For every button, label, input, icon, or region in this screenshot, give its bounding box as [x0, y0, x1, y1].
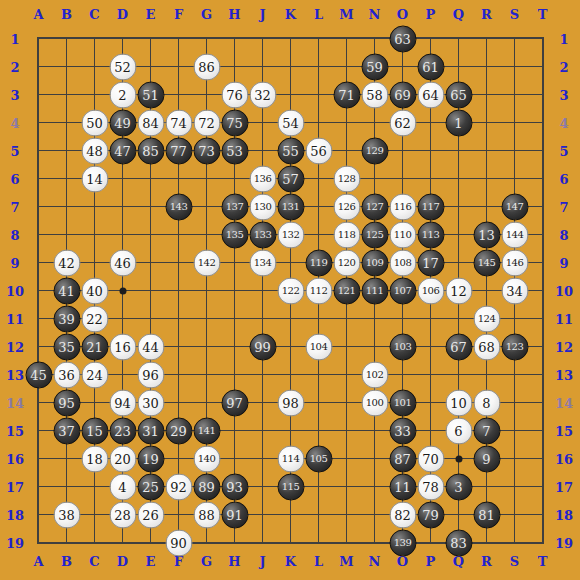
column-label-top: D — [117, 8, 128, 21]
stone-white-N13[interactable]: 102 — [361, 361, 388, 388]
stone-black-E5[interactable]: 85 — [137, 137, 164, 164]
stone-black-K17[interactable]: 115 — [277, 473, 304, 500]
stone-white-J6[interactable]: 136 — [249, 165, 276, 192]
stone-white-E12[interactable]: 44 — [137, 333, 164, 360]
star-point — [119, 287, 126, 294]
stone-black-C15[interactable]: 15 — [81, 417, 108, 444]
stone-black-J12[interactable]: 99 — [249, 333, 276, 360]
row-label-right: 17 — [555, 480, 573, 493]
stone-black-B10[interactable]: 41 — [53, 277, 80, 304]
row-label-right: 1 — [559, 32, 568, 45]
stone-black-R16[interactable]: 9 — [473, 445, 500, 472]
stone-white-D17[interactable]: 4 — [109, 473, 136, 500]
column-label-bottom: Q — [453, 555, 464, 568]
column-label-top: B — [61, 8, 72, 21]
stone-white-S9[interactable]: 146 — [501, 249, 528, 276]
row-label-left: 19 — [6, 536, 24, 549]
stone-black-E17[interactable]: 25 — [137, 473, 164, 500]
stone-black-P2[interactable]: 61 — [417, 53, 444, 80]
row-label-left: 8 — [10, 228, 19, 241]
column-label-bottom: B — [61, 555, 72, 568]
stone-black-Q19[interactable]: 83 — [445, 529, 472, 556]
stone-white-F19[interactable]: 90 — [165, 529, 192, 556]
stone-white-K14[interactable]: 98 — [277, 389, 304, 416]
stone-white-G16[interactable]: 140 — [193, 445, 220, 472]
column-label-bottom: M — [339, 555, 353, 568]
row-label-right: 9 — [559, 256, 568, 269]
stone-black-R18[interactable]: 81 — [473, 501, 500, 528]
stone-black-E15[interactable]: 31 — [137, 417, 164, 444]
column-label-top: J — [259, 8, 265, 21]
stone-white-R11[interactable]: 124 — [473, 305, 500, 332]
column-label-top: H — [228, 8, 240, 21]
row-label-left: 9 — [10, 256, 19, 269]
row-label-right: 11 — [555, 312, 573, 325]
stone-white-B18[interactable]: 38 — [53, 501, 80, 528]
stone-black-M10[interactable]: 121 — [333, 277, 360, 304]
row-label-right: 16 — [555, 452, 573, 465]
go-board[interactable]: AABBCCDDEEFFGGHHJJKKLLMMNNOOPPQQRRSSTT11… — [0, 0, 580, 580]
column-label-top: E — [146, 8, 156, 21]
stone-black-A13[interactable]: 45 — [25, 361, 52, 388]
row-label-right: 18 — [555, 508, 573, 521]
stone-black-S7[interactable]: 147 — [501, 193, 528, 220]
stone-white-R14[interactable]: 8 — [473, 389, 500, 416]
stone-white-Q14[interactable]: 10 — [445, 389, 472, 416]
stone-black-B12[interactable]: 35 — [53, 333, 80, 360]
row-label-left: 1 — [10, 32, 19, 45]
stone-black-H5[interactable]: 53 — [221, 137, 248, 164]
stone-black-O12[interactable]: 103 — [389, 333, 416, 360]
stone-white-Q15[interactable]: 6 — [445, 417, 472, 444]
stone-black-D4[interactable]: 49 — [109, 109, 136, 136]
row-label-right: 13 — [555, 368, 573, 381]
stone-black-H8[interactable]: 135 — [221, 221, 248, 248]
stone-black-B14[interactable]: 95 — [53, 389, 80, 416]
row-label-left: 2 — [10, 60, 19, 73]
stone-black-F15[interactable]: 29 — [165, 417, 192, 444]
stone-black-N5[interactable]: 129 — [361, 137, 388, 164]
row-label-right: 2 — [559, 60, 568, 73]
stone-white-R12[interactable]: 68 — [473, 333, 500, 360]
stone-black-N8[interactable]: 125 — [361, 221, 388, 248]
row-label-left: 3 — [10, 88, 19, 101]
stone-black-L9[interactable]: 119 — [305, 249, 332, 276]
stone-white-S8[interactable]: 144 — [501, 221, 528, 248]
row-label-left: 17 — [6, 480, 24, 493]
stone-black-C12[interactable]: 21 — [81, 333, 108, 360]
stone-white-D18[interactable]: 28 — [109, 501, 136, 528]
row-label-right: 4 — [559, 116, 568, 129]
column-label-top: M — [339, 8, 353, 21]
stone-black-O15[interactable]: 33 — [389, 417, 416, 444]
stone-white-N3[interactable]: 58 — [361, 81, 388, 108]
stone-black-P7[interactable]: 117 — [417, 193, 444, 220]
stone-black-R9[interactable]: 145 — [473, 249, 500, 276]
stone-white-C5[interactable]: 48 — [81, 137, 108, 164]
stone-white-K10[interactable]: 122 — [277, 277, 304, 304]
column-label-top: R — [481, 8, 492, 21]
stone-white-E4[interactable]: 84 — [137, 109, 164, 136]
column-label-bottom: P — [426, 555, 436, 568]
stone-white-N14[interactable]: 100 — [361, 389, 388, 416]
row-label-left: 6 — [10, 172, 19, 185]
stone-white-P17[interactable]: 78 — [417, 473, 444, 500]
stone-black-O16[interactable]: 87 — [389, 445, 416, 472]
stone-black-N10[interactable]: 111 — [361, 277, 388, 304]
stone-black-H7[interactable]: 137 — [221, 193, 248, 220]
row-label-right: 6 — [559, 172, 568, 185]
row-label-right: 7 — [559, 200, 568, 213]
stone-white-C4[interactable]: 50 — [81, 109, 108, 136]
stone-black-B11[interactable]: 39 — [53, 305, 80, 332]
stone-white-G4[interactable]: 72 — [193, 109, 220, 136]
column-label-top: Q — [453, 8, 464, 21]
stone-white-M6[interactable]: 128 — [333, 165, 360, 192]
stone-black-H17[interactable]: 93 — [221, 473, 248, 500]
stone-white-F17[interactable]: 92 — [165, 473, 192, 500]
row-label-left: 16 — [6, 452, 24, 465]
column-label-top: N — [369, 8, 381, 21]
stone-black-O10[interactable]: 107 — [389, 277, 416, 304]
stone-white-P16[interactable]: 70 — [417, 445, 444, 472]
row-label-right: 19 — [555, 536, 573, 549]
row-label-left: 11 — [6, 312, 24, 325]
column-label-bottom: T — [538, 555, 548, 568]
stone-black-F5[interactable]: 77 — [165, 137, 192, 164]
row-label-left: 13 — [6, 368, 24, 381]
stone-white-D2[interactable]: 52 — [109, 53, 136, 80]
stone-black-F7[interactable]: 143 — [165, 193, 192, 220]
stone-white-M7[interactable]: 126 — [333, 193, 360, 220]
column-label-bottom: C — [89, 555, 99, 568]
stone-white-O7[interactable]: 116 — [389, 193, 416, 220]
stone-white-O9[interactable]: 108 — [389, 249, 416, 276]
column-label-bottom: D — [117, 555, 128, 568]
stone-white-S10[interactable]: 34 — [501, 277, 528, 304]
stone-black-O14[interactable]: 101 — [389, 389, 416, 416]
stone-white-L12[interactable]: 104 — [305, 333, 332, 360]
stone-black-Q12[interactable]: 67 — [445, 333, 472, 360]
stone-white-C6[interactable]: 14 — [81, 165, 108, 192]
stone-black-G5[interactable]: 73 — [193, 137, 220, 164]
stone-black-O17[interactable]: 11 — [389, 473, 416, 500]
row-label-left: 7 — [10, 200, 19, 213]
stone-white-E18[interactable]: 26 — [137, 501, 164, 528]
stone-white-O18[interactable]: 82 — [389, 501, 416, 528]
stone-white-F4[interactable]: 74 — [165, 109, 192, 136]
stone-black-E3[interactable]: 51 — [137, 81, 164, 108]
star-point — [455, 455, 462, 462]
stone-black-Q4[interactable]: 1 — [445, 109, 472, 136]
stone-white-J7[interactable]: 130 — [249, 193, 276, 220]
stone-black-L16[interactable]: 105 — [305, 445, 332, 472]
row-label-right: 3 — [559, 88, 568, 101]
stone-white-K4[interactable]: 54 — [277, 109, 304, 136]
stone-black-S12[interactable]: 123 — [501, 333, 528, 360]
grid-line-horizontal — [38, 318, 543, 319]
stone-black-H4[interactable]: 75 — [221, 109, 248, 136]
stone-white-K8[interactable]: 132 — [277, 221, 304, 248]
stone-black-R8[interactable]: 13 — [473, 221, 500, 248]
stone-black-P9[interactable]: 17 — [417, 249, 444, 276]
stone-black-O19[interactable]: 139 — [389, 529, 416, 556]
stone-black-H18[interactable]: 91 — [221, 501, 248, 528]
stone-white-H3[interactable]: 76 — [221, 81, 248, 108]
column-label-top: O — [397, 8, 408, 21]
column-label-bottom: L — [314, 555, 323, 568]
stone-black-O1[interactable]: 63 — [389, 25, 416, 52]
stone-black-B15[interactable]: 37 — [53, 417, 80, 444]
stone-white-Q10[interactable]: 12 — [445, 277, 472, 304]
column-label-bottom: R — [481, 555, 492, 568]
stone-white-B13[interactable]: 36 — [53, 361, 80, 388]
stone-black-J8[interactable]: 133 — [249, 221, 276, 248]
column-label-bottom: H — [228, 555, 240, 568]
stone-white-G9[interactable]: 142 — [193, 249, 220, 276]
column-label-top: F — [174, 8, 183, 21]
stone-white-C16[interactable]: 18 — [81, 445, 108, 472]
row-label-left: 5 — [10, 144, 19, 157]
column-label-bottom: G — [201, 555, 212, 568]
stone-white-B9[interactable]: 42 — [53, 249, 80, 276]
stone-white-D16[interactable]: 20 — [109, 445, 136, 472]
stone-white-M9[interactable]: 120 — [333, 249, 360, 276]
row-label-left: 18 — [6, 508, 24, 521]
stone-black-D15[interactable]: 23 — [109, 417, 136, 444]
column-label-bottom: K — [285, 555, 296, 568]
stone-black-E16[interactable]: 19 — [137, 445, 164, 472]
row-label-right: 12 — [555, 340, 573, 353]
stone-white-G18[interactable]: 88 — [193, 501, 220, 528]
column-label-bottom: O — [397, 555, 408, 568]
column-label-bottom: A — [33, 555, 43, 568]
stone-white-K16[interactable]: 114 — [277, 445, 304, 472]
stone-black-H14[interactable]: 97 — [221, 389, 248, 416]
row-label-left: 12 — [6, 340, 24, 353]
stone-white-E13[interactable]: 96 — [137, 361, 164, 388]
row-label-left: 15 — [6, 424, 24, 437]
stone-black-Q17[interactable]: 3 — [445, 473, 472, 500]
stone-white-D3[interactable]: 2 — [109, 81, 136, 108]
row-label-right: 10 — [555, 284, 573, 297]
stone-black-N9[interactable]: 109 — [361, 249, 388, 276]
column-label-bottom: S — [510, 555, 519, 568]
stone-black-G17[interactable]: 89 — [193, 473, 220, 500]
grid-line-horizontal — [38, 374, 543, 375]
row-label-left: 10 — [6, 284, 24, 297]
stone-black-O3[interactable]: 69 — [389, 81, 416, 108]
column-label-top: T — [538, 8, 548, 21]
stone-black-R15[interactable]: 7 — [473, 417, 500, 444]
column-label-top: C — [89, 8, 99, 21]
stone-black-P8[interactable]: 113 — [417, 221, 444, 248]
stone-white-C13[interactable]: 24 — [81, 361, 108, 388]
stone-black-N2[interactable]: 59 — [361, 53, 388, 80]
column-label-top: S — [510, 8, 519, 21]
stone-black-N7[interactable]: 127 — [361, 193, 388, 220]
column-label-top: P — [426, 8, 436, 21]
column-label-bottom: N — [369, 555, 381, 568]
row-label-left: 14 — [6, 396, 24, 409]
stone-white-P10[interactable]: 106 — [417, 277, 444, 304]
stone-white-G2[interactable]: 86 — [193, 53, 220, 80]
stone-white-D12[interactable]: 16 — [109, 333, 136, 360]
stone-white-M8[interactable]: 118 — [333, 221, 360, 248]
column-label-bottom: J — [259, 555, 265, 568]
column-label-top: G — [201, 8, 212, 21]
column-label-top: L — [314, 8, 323, 21]
stone-black-P18[interactable]: 79 — [417, 501, 444, 528]
row-label-right: 14 — [555, 396, 573, 409]
stone-white-L10[interactable]: 112 — [305, 277, 332, 304]
stone-white-C10[interactable]: 40 — [81, 277, 108, 304]
stone-white-D9[interactable]: 46 — [109, 249, 136, 276]
stone-white-D14[interactable]: 94 — [109, 389, 136, 416]
stone-black-K6[interactable]: 57 — [277, 165, 304, 192]
stone-white-C11[interactable]: 22 — [81, 305, 108, 332]
stone-black-G15[interactable]: 141 — [193, 417, 220, 444]
column-label-bottom: E — [146, 555, 156, 568]
stone-white-J3[interactable]: 32 — [249, 81, 276, 108]
row-label-left: 4 — [10, 116, 19, 129]
row-label-right: 5 — [559, 144, 568, 157]
stone-white-P3[interactable]: 64 — [417, 81, 444, 108]
stone-white-J9[interactable]: 134 — [249, 249, 276, 276]
stone-black-K5[interactable]: 55 — [277, 137, 304, 164]
stone-black-D5[interactable]: 47 — [109, 137, 136, 164]
column-label-top: K — [285, 8, 296, 21]
column-label-top: A — [33, 8, 43, 21]
row-label-right: 15 — [555, 424, 573, 437]
stone-black-Q3[interactable]: 65 — [445, 81, 472, 108]
stone-white-O4[interactable]: 62 — [389, 109, 416, 136]
row-label-right: 8 — [559, 228, 568, 241]
stone-white-O8[interactable]: 110 — [389, 221, 416, 248]
column-label-bottom: F — [174, 555, 183, 568]
stone-black-K7[interactable]: 131 — [277, 193, 304, 220]
stone-white-L5[interactable]: 56 — [305, 137, 332, 164]
stone-white-E14[interactable]: 30 — [137, 389, 164, 416]
stone-black-M3[interactable]: 71 — [333, 81, 360, 108]
